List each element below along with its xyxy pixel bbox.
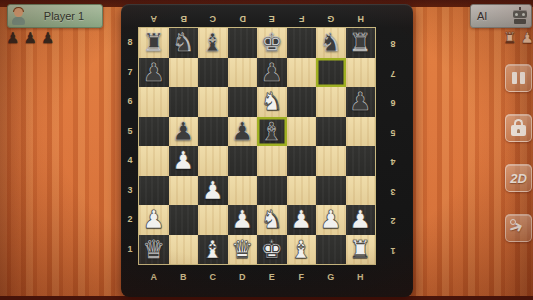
square-f6[interactable] <box>287 87 317 117</box>
square-c7[interactable] <box>198 58 228 88</box>
lock-button[interactable] <box>505 114 532 142</box>
coord-label: A <box>139 270 169 286</box>
chess-board: ABCDEFGH ABCDEFGH 87654321 87654321 ♜♞♝♚… <box>121 4 413 297</box>
ai-captured-tray: ♜♟ <box>503 28 533 48</box>
forward-arrow-icon: ➜ <box>506 215 526 239</box>
square-a2[interactable]: ♟ <box>139 205 169 235</box>
captured-white-p: ♟ <box>520 28 533 48</box>
white-n-piece: ♞ <box>257 205 287 235</box>
square-c2[interactable] <box>198 205 228 235</box>
square-f7[interactable] <box>287 58 317 88</box>
square-c4[interactable] <box>198 146 228 176</box>
square-d7[interactable] <box>228 58 258 88</box>
coord-label: G <box>316 270 346 286</box>
coord-label: 6 <box>377 87 409 117</box>
coord-label: C <box>198 12 228 26</box>
coord-label: D <box>228 12 258 26</box>
coord-label: H <box>346 270 376 286</box>
square-b3[interactable] <box>169 176 199 206</box>
coord-label: 8 <box>377 28 409 58</box>
view-2d-label: 2D <box>506 165 531 191</box>
square-g6[interactable] <box>316 87 346 117</box>
square-c8[interactable]: ♝ <box>198 28 228 58</box>
coord-label: 8 <box>123 28 137 58</box>
coord-label: 4 <box>377 146 409 176</box>
captured-black-p: ♟ <box>41 28 54 48</box>
rank-labels-right: 87654321 <box>377 28 409 264</box>
square-g7[interactable] <box>316 58 346 88</box>
square-a6[interactable] <box>139 87 169 117</box>
black-n-piece: ♞ <box>316 28 346 58</box>
black-b-piece: ♝ <box>198 28 228 58</box>
white-p-piece: ♟ <box>346 205 376 235</box>
coord-label: 3 <box>123 176 137 206</box>
robot-icon <box>512 7 528 25</box>
coord-label: G <box>316 12 346 26</box>
coord-label: 2 <box>123 205 137 235</box>
square-a5[interactable] <box>139 117 169 147</box>
white-p-piece: ♟ <box>228 205 258 235</box>
square-b2[interactable] <box>169 205 199 235</box>
square-f1[interactable]: ♝ <box>287 235 317 265</box>
player-avatar-icon <box>11 7 26 25</box>
white-k-piece: ♚ <box>257 235 287 265</box>
coord-label: 1 <box>377 235 409 265</box>
player1-name: Player 1 <box>26 10 102 22</box>
square-c1[interactable]: ♝ <box>198 235 228 265</box>
square-g1[interactable] <box>316 235 346 265</box>
square-e7[interactable]: ♟ <box>257 58 287 88</box>
square-h3[interactable] <box>346 176 376 206</box>
coord-label: H <box>346 12 376 26</box>
rank-labels-left: 87654321 <box>123 28 137 264</box>
square-d1[interactable]: ♛ <box>228 235 258 265</box>
coord-label: 3 <box>377 176 409 206</box>
square-f4[interactable] <box>287 146 317 176</box>
captured-black-p: ♟ <box>23 28 36 48</box>
white-p-piece: ♟ <box>198 176 228 206</box>
coord-label: 7 <box>123 58 137 88</box>
coord-label: 2 <box>377 205 409 235</box>
square-b6[interactable] <box>169 87 199 117</box>
coord-label: B <box>169 270 199 286</box>
black-p-piece: ♟ <box>346 87 376 117</box>
forward-button[interactable]: ➜ <box>505 214 532 242</box>
square-d5[interactable]: ♟ <box>228 117 258 147</box>
white-p-piece: ♟ <box>139 205 169 235</box>
square-g3[interactable] <box>316 176 346 206</box>
square-e4[interactable] <box>257 146 287 176</box>
white-q-piece: ♛ <box>228 235 258 265</box>
square-g5[interactable] <box>316 117 346 147</box>
white-b-piece: ♝ <box>287 235 317 265</box>
black-p-piece: ♟ <box>169 117 199 147</box>
square-g4[interactable] <box>316 146 346 176</box>
square-c5[interactable] <box>198 117 228 147</box>
square-g2[interactable]: ♟ <box>316 205 346 235</box>
black-p-piece: ♟ <box>139 58 169 88</box>
black-r-piece: ♜ <box>139 28 169 58</box>
pause-button[interactable] <box>505 64 532 92</box>
coord-label: 4 <box>123 146 137 176</box>
square-h4[interactable] <box>346 146 376 176</box>
black-q-piece: ♛ <box>139 235 169 265</box>
square-b7[interactable] <box>169 58 199 88</box>
coord-label: D <box>228 270 258 286</box>
coord-label: C <box>198 270 228 286</box>
square-c6[interactable] <box>198 87 228 117</box>
square-a3[interactable] <box>139 176 169 206</box>
square-d2[interactable]: ♟ <box>228 205 258 235</box>
black-n-piece: ♞ <box>169 28 199 58</box>
board-squares: ♜♞♝♚♞♜♟♟♞♟♟♟♝♟♟♟♟♞♟♟♟♛♝♛♚♝♜ <box>139 28 375 264</box>
black-k-piece: ♚ <box>257 28 287 58</box>
square-f5[interactable] <box>287 117 317 147</box>
square-g8[interactable]: ♞ <box>316 28 346 58</box>
square-h6[interactable]: ♟ <box>346 87 376 117</box>
black-p-piece: ♟ <box>257 58 287 88</box>
coord-label: F <box>287 270 317 286</box>
square-h1[interactable]: ♜ <box>346 235 376 265</box>
coord-label: 5 <box>377 117 409 147</box>
player1-captured-tray: ♟♟♟ <box>6 28 54 48</box>
square-d4[interactable] <box>228 146 258 176</box>
coord-label: A <box>139 12 169 26</box>
square-f2[interactable]: ♟ <box>287 205 317 235</box>
square-h7[interactable] <box>346 58 376 88</box>
square-d3[interactable] <box>228 176 258 206</box>
square-a8[interactable]: ♜ <box>139 28 169 58</box>
square-f8[interactable] <box>287 28 317 58</box>
white-b-piece: ♝ <box>198 235 228 265</box>
square-b5[interactable]: ♟ <box>169 117 199 147</box>
square-e6[interactable]: ♞ <box>257 87 287 117</box>
square-a7[interactable]: ♟ <box>139 58 169 88</box>
square-e1[interactable]: ♚ <box>257 235 287 265</box>
square-f3[interactable] <box>287 176 317 206</box>
square-e3[interactable] <box>257 176 287 206</box>
square-d6[interactable] <box>228 87 258 117</box>
ai-name: AI <box>471 10 512 22</box>
coord-label: 6 <box>123 87 137 117</box>
white-r-piece: ♜ <box>346 235 376 265</box>
coord-label: E <box>257 270 287 286</box>
square-e8[interactable]: ♚ <box>257 28 287 58</box>
white-p-piece: ♟ <box>316 205 346 235</box>
toolbar: 2D ➜ <box>505 64 532 242</box>
square-d8[interactable] <box>228 28 258 58</box>
file-labels-bottom: ABCDEFGH <box>139 270 375 286</box>
square-b1[interactable] <box>169 235 199 265</box>
square-h5[interactable] <box>346 117 376 147</box>
square-b8[interactable]: ♞ <box>169 28 199 58</box>
square-a4[interactable] <box>139 146 169 176</box>
square-e2[interactable]: ♞ <box>257 205 287 235</box>
captured-white-r: ♜ <box>503 28 516 48</box>
square-h8[interactable]: ♜ <box>346 28 376 58</box>
view-2d-button[interactable]: 2D <box>505 164 532 192</box>
ai-name-plate: AI <box>470 4 532 28</box>
square-c3[interactable]: ♟ <box>198 176 228 206</box>
square-h2[interactable]: ♟ <box>346 205 376 235</box>
black-r-piece: ♜ <box>346 28 376 58</box>
black-b-piece: ♝ <box>257 117 287 147</box>
file-labels-top: ABCDEFGH <box>139 12 375 26</box>
coord-label: 7 <box>377 58 409 88</box>
black-p-piece: ♟ <box>228 117 258 147</box>
coord-label: B <box>169 12 199 26</box>
square-a1[interactable]: ♛ <box>139 235 169 265</box>
white-p-piece: ♟ <box>169 146 199 176</box>
captured-black-p: ♟ <box>6 28 19 48</box>
coord-label: 5 <box>123 117 137 147</box>
coord-label: E <box>257 12 287 26</box>
coord-label: F <box>287 12 317 26</box>
square-b4[interactable]: ♟ <box>169 146 199 176</box>
white-p-piece: ♟ <box>287 205 317 235</box>
white-n-piece: ♞ <box>257 87 287 117</box>
coord-label: 1 <box>123 235 137 265</box>
square-e5[interactable]: ♝ <box>257 117 287 147</box>
player1-name-plate: Player 1 <box>7 4 103 28</box>
